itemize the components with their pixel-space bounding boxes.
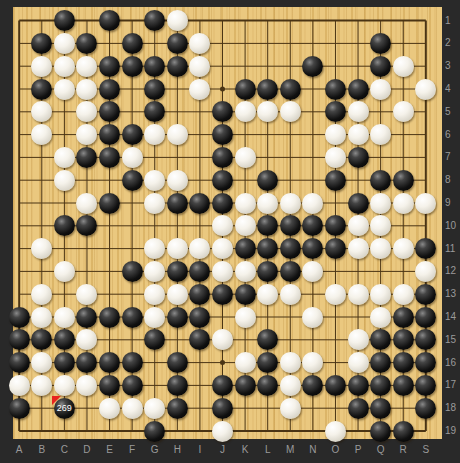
white-stone — [257, 284, 278, 305]
black-stone — [370, 398, 391, 419]
white-stone — [144, 170, 165, 191]
black-stone — [280, 79, 301, 100]
white-stone — [54, 79, 75, 100]
col-label: H — [167, 444, 187, 455]
white-stone — [370, 193, 391, 214]
black-stone — [348, 398, 369, 419]
black-stone — [370, 56, 391, 77]
black-stone — [212, 147, 233, 168]
white-stone — [54, 375, 75, 396]
black-stone — [9, 398, 30, 419]
black-stone — [99, 10, 120, 31]
white-stone — [54, 33, 75, 54]
black-stone — [54, 352, 75, 373]
white-stone — [348, 352, 369, 373]
black-stone — [167, 56, 188, 77]
white-stone — [415, 79, 436, 100]
col-label: Q — [371, 444, 391, 455]
black-stone — [167, 307, 188, 328]
row-label: 11 — [445, 243, 460, 255]
row-label: 15 — [445, 334, 460, 346]
row-label: 10 — [445, 220, 460, 232]
white-stone — [144, 307, 165, 328]
white-stone — [370, 79, 391, 100]
white-stone — [280, 193, 301, 214]
black-stone — [122, 124, 143, 145]
white-stone — [302, 193, 323, 214]
black-stone — [393, 352, 414, 373]
black-stone — [393, 307, 414, 328]
white-stone — [144, 193, 165, 214]
black-stone — [302, 56, 323, 77]
black-stone — [31, 79, 52, 100]
move-number-label: 269 — [54, 398, 75, 419]
black-stone — [257, 375, 278, 396]
white-stone — [76, 193, 97, 214]
row-label: 19 — [445, 425, 460, 437]
col-label: F — [122, 444, 142, 455]
black-stone — [167, 33, 188, 54]
black-stone — [325, 79, 346, 100]
black-stone — [9, 352, 30, 373]
white-stone — [393, 284, 414, 305]
white-stone — [76, 79, 97, 100]
white-stone — [280, 352, 301, 373]
black-stone — [348, 147, 369, 168]
black-stone — [370, 375, 391, 396]
black-stone — [99, 352, 120, 373]
white-stone — [144, 398, 165, 419]
white-stone — [167, 238, 188, 259]
black-stone — [122, 375, 143, 396]
white-stone — [325, 284, 346, 305]
black-stone — [167, 352, 188, 373]
col-label: G — [145, 444, 165, 455]
white-stone — [280, 398, 301, 419]
black-stone — [167, 261, 188, 282]
col-label: K — [235, 444, 255, 455]
black-stone — [235, 375, 256, 396]
col-label: P — [348, 444, 368, 455]
black-stone — [144, 79, 165, 100]
white-stone — [325, 421, 346, 442]
black-stone — [212, 124, 233, 145]
white-stone — [348, 329, 369, 350]
col-label: M — [280, 444, 300, 455]
black-stone — [212, 193, 233, 214]
white-stone — [54, 261, 75, 282]
black-stone — [212, 375, 233, 396]
white-stone — [393, 101, 414, 122]
white-stone — [280, 101, 301, 122]
white-stone — [54, 56, 75, 77]
col-label: J — [213, 444, 233, 455]
white-stone — [348, 101, 369, 122]
white-stone — [31, 307, 52, 328]
black-stone — [393, 329, 414, 350]
black-stone — [212, 398, 233, 419]
black-stone — [415, 398, 436, 419]
white-stone — [9, 375, 30, 396]
black-stone — [122, 170, 143, 191]
white-stone — [235, 193, 256, 214]
row-label: 9 — [445, 197, 460, 209]
black-stone — [99, 375, 120, 396]
row-label: 12 — [445, 265, 460, 277]
white-stone — [54, 307, 75, 328]
black-stone — [235, 79, 256, 100]
black-stone — [280, 215, 301, 236]
row-label: 1 — [445, 15, 460, 27]
black-stone — [122, 56, 143, 77]
black-stone — [257, 79, 278, 100]
row-label: 18 — [445, 402, 460, 414]
black-stone — [280, 261, 301, 282]
white-stone — [167, 170, 188, 191]
white-stone — [370, 284, 391, 305]
col-label: E — [100, 444, 120, 455]
col-label: S — [416, 444, 436, 455]
row-label: 4 — [445, 83, 460, 95]
white-stone — [257, 193, 278, 214]
black-stone — [122, 352, 143, 373]
white-stone — [235, 352, 256, 373]
black-stone — [144, 56, 165, 77]
black-stone — [189, 307, 210, 328]
black-stone — [122, 261, 143, 282]
black-stone — [257, 170, 278, 191]
row-label: 5 — [445, 106, 460, 118]
row-label: 3 — [445, 60, 460, 72]
col-label: R — [393, 444, 413, 455]
white-stone — [235, 261, 256, 282]
white-stone — [235, 307, 256, 328]
black-stone — [370, 421, 391, 442]
white-stone — [212, 261, 233, 282]
white-stone — [122, 147, 143, 168]
row-label: 13 — [445, 288, 460, 300]
white-stone — [167, 284, 188, 305]
black-stone — [122, 307, 143, 328]
row-label: 8 — [445, 174, 460, 186]
black-stone — [257, 261, 278, 282]
black-stone — [167, 375, 188, 396]
black-stone — [348, 193, 369, 214]
black-stone — [393, 170, 414, 191]
black-stone — [167, 398, 188, 419]
white-stone — [302, 307, 323, 328]
black-stone — [348, 375, 369, 396]
white-stone — [189, 56, 210, 77]
black-stone — [235, 284, 256, 305]
col-label: O — [325, 444, 345, 455]
black-stone — [212, 284, 233, 305]
col-label: A — [9, 444, 29, 455]
white-stone — [280, 284, 301, 305]
white-stone — [189, 79, 210, 100]
white-stone — [167, 10, 188, 31]
col-label: N — [303, 444, 323, 455]
col-label: D — [77, 444, 97, 455]
row-label: 17 — [445, 379, 460, 391]
white-stone — [393, 238, 414, 259]
black-stone — [76, 307, 97, 328]
black-stone — [370, 33, 391, 54]
white-stone — [348, 124, 369, 145]
col-label: B — [32, 444, 52, 455]
white-stone — [122, 398, 143, 419]
black-stone — [348, 79, 369, 100]
black-stone — [393, 375, 414, 396]
white-stone — [348, 284, 369, 305]
row-label: 2 — [445, 37, 460, 49]
black-stone — [9, 329, 30, 350]
white-stone — [415, 193, 436, 214]
black-stone — [325, 238, 346, 259]
black-stone — [99, 193, 120, 214]
white-stone — [280, 375, 301, 396]
row-label: 6 — [445, 129, 460, 141]
white-stone — [212, 421, 233, 442]
black-stone — [122, 33, 143, 54]
black-stone — [99, 56, 120, 77]
black-stone — [280, 238, 301, 259]
black-stone — [370, 170, 391, 191]
white-stone — [348, 215, 369, 236]
row-label: 14 — [445, 311, 460, 323]
white-stone — [31, 56, 52, 77]
black-stone — [189, 284, 210, 305]
black-stone — [212, 170, 233, 191]
row-label: 7 — [445, 151, 460, 163]
black-stone: 269 — [54, 398, 75, 419]
white-stone — [235, 101, 256, 122]
white-stone — [235, 147, 256, 168]
col-label: C — [54, 444, 74, 455]
white-stone — [144, 284, 165, 305]
black-stone — [99, 307, 120, 328]
col-label: I — [190, 444, 210, 455]
black-stone — [54, 10, 75, 31]
white-stone — [348, 238, 369, 259]
white-stone — [370, 307, 391, 328]
black-stone — [99, 79, 120, 100]
black-stone — [144, 421, 165, 442]
black-stone — [9, 307, 30, 328]
black-stone — [235, 238, 256, 259]
white-stone — [393, 56, 414, 77]
row-label: 16 — [445, 357, 460, 369]
black-stone — [393, 421, 414, 442]
white-stone — [212, 238, 233, 259]
white-stone — [167, 124, 188, 145]
black-stone — [99, 124, 120, 145]
white-stone — [99, 398, 120, 419]
white-stone — [54, 170, 75, 191]
black-stone — [415, 284, 436, 305]
white-stone — [144, 261, 165, 282]
black-stone — [99, 147, 120, 168]
white-stone — [54, 147, 75, 168]
black-stone — [325, 170, 346, 191]
white-stone — [393, 193, 414, 214]
black-stone — [167, 193, 188, 214]
go-app-window: 269 ABCDEFGHIJKLMNOPQRS12345678910111213… — [0, 0, 460, 463]
black-stone — [415, 307, 436, 328]
white-stone — [325, 147, 346, 168]
white-stone — [325, 124, 346, 145]
white-stone — [235, 215, 256, 236]
col-label: L — [258, 444, 278, 455]
black-stone — [189, 193, 210, 214]
white-stone — [31, 284, 52, 305]
black-stone — [325, 375, 346, 396]
